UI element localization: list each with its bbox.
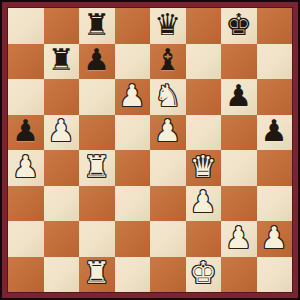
square-b8[interactable] xyxy=(44,8,80,44)
square-a3[interactable] xyxy=(8,186,44,222)
square-h1[interactable] xyxy=(257,257,293,293)
black-king-g8[interactable]: ♚ xyxy=(225,10,252,40)
square-h4[interactable] xyxy=(257,150,293,186)
square-g1[interactable] xyxy=(221,257,257,293)
square-d2[interactable] xyxy=(115,221,151,257)
square-c2[interactable] xyxy=(79,221,115,257)
square-h2[interactable]: ♟ xyxy=(257,221,293,257)
square-e6[interactable]: ♞ xyxy=(150,79,186,115)
white-pawn-a4[interactable]: ♟ xyxy=(12,152,39,182)
square-d4[interactable] xyxy=(115,150,151,186)
square-g6[interactable]: ♟ xyxy=(221,79,257,115)
square-g7[interactable] xyxy=(221,44,257,80)
black-pawn-h5[interactable]: ♟ xyxy=(261,116,288,146)
square-g8[interactable]: ♚ xyxy=(221,8,257,44)
square-f3[interactable]: ♟ xyxy=(186,186,222,222)
square-d3[interactable] xyxy=(115,186,151,222)
square-d5[interactable] xyxy=(115,115,151,151)
square-c6[interactable] xyxy=(79,79,115,115)
square-a4[interactable]: ♟ xyxy=(8,150,44,186)
square-f2[interactable] xyxy=(186,221,222,257)
square-b4[interactable] xyxy=(44,150,80,186)
white-rook-c1[interactable]: ♜ xyxy=(83,258,110,288)
black-rook-c8[interactable]: ♜ xyxy=(83,10,110,40)
square-h8[interactable] xyxy=(257,8,293,44)
white-pawn-h2[interactable]: ♟ xyxy=(261,223,288,253)
black-bishop-e7[interactable]: ♝ xyxy=(154,45,181,75)
square-g5[interactable] xyxy=(221,115,257,151)
square-h3[interactable] xyxy=(257,186,293,222)
square-d7[interactable] xyxy=(115,44,151,80)
square-c3[interactable] xyxy=(79,186,115,222)
white-knight-e6[interactable]: ♞ xyxy=(154,81,181,111)
square-b5[interactable]: ♟ xyxy=(44,115,80,151)
white-pawn-e5[interactable]: ♟ xyxy=(154,116,181,146)
black-queen-e8[interactable]: ♛ xyxy=(154,10,181,40)
square-c5[interactable] xyxy=(79,115,115,151)
square-f6[interactable] xyxy=(186,79,222,115)
square-b6[interactable] xyxy=(44,79,80,115)
square-f1[interactable]: ♚ xyxy=(186,257,222,293)
square-c1[interactable]: ♜ xyxy=(79,257,115,293)
square-c4[interactable]: ♜ xyxy=(79,150,115,186)
square-d1[interactable] xyxy=(115,257,151,293)
square-e2[interactable] xyxy=(150,221,186,257)
square-g3[interactable] xyxy=(221,186,257,222)
square-g4[interactable] xyxy=(221,150,257,186)
square-h7[interactable] xyxy=(257,44,293,80)
white-pawn-d6[interactable]: ♟ xyxy=(119,81,146,111)
chess-board: ♜♛♚♜♟♝♟♞♟♟♟♟♟♟♜♛♟♟♟♜♚ xyxy=(8,8,292,292)
square-b1[interactable] xyxy=(44,257,80,293)
white-pawn-f3[interactable]: ♟ xyxy=(190,187,217,217)
square-h5[interactable]: ♟ xyxy=(257,115,293,151)
black-rook-b7[interactable]: ♜ xyxy=(48,45,75,75)
white-rook-c4[interactable]: ♜ xyxy=(83,152,110,182)
square-e5[interactable]: ♟ xyxy=(150,115,186,151)
square-a6[interactable] xyxy=(8,79,44,115)
square-c7[interactable]: ♟ xyxy=(79,44,115,80)
square-f7[interactable] xyxy=(186,44,222,80)
black-pawn-a5[interactable]: ♟ xyxy=(12,116,39,146)
square-b7[interactable]: ♜ xyxy=(44,44,80,80)
black-pawn-g6[interactable]: ♟ xyxy=(225,81,252,111)
square-h6[interactable] xyxy=(257,79,293,115)
square-d6[interactable]: ♟ xyxy=(115,79,151,115)
board-frame: ♜♛♚♜♟♝♟♞♟♟♟♟♟♟♜♛♟♟♟♜♚ xyxy=(0,0,300,300)
square-e3[interactable] xyxy=(150,186,186,222)
square-e7[interactable]: ♝ xyxy=(150,44,186,80)
square-b3[interactable] xyxy=(44,186,80,222)
white-pawn-b5[interactable]: ♟ xyxy=(48,116,75,146)
square-f8[interactable] xyxy=(186,8,222,44)
square-a2[interactable] xyxy=(8,221,44,257)
square-a7[interactable] xyxy=(8,44,44,80)
square-g2[interactable]: ♟ xyxy=(221,221,257,257)
square-a8[interactable] xyxy=(8,8,44,44)
square-b2[interactable] xyxy=(44,221,80,257)
square-c8[interactable]: ♜ xyxy=(79,8,115,44)
square-e4[interactable] xyxy=(150,150,186,186)
square-a1[interactable] xyxy=(8,257,44,293)
square-a5[interactable]: ♟ xyxy=(8,115,44,151)
white-queen-f4[interactable]: ♛ xyxy=(190,152,217,182)
black-pawn-c7[interactable]: ♟ xyxy=(83,45,110,75)
square-e1[interactable] xyxy=(150,257,186,293)
white-king-f1[interactable]: ♚ xyxy=(190,258,217,288)
square-e8[interactable]: ♛ xyxy=(150,8,186,44)
square-d8[interactable] xyxy=(115,8,151,44)
white-pawn-g2[interactable]: ♟ xyxy=(225,223,252,253)
square-f4[interactable]: ♛ xyxy=(186,150,222,186)
square-f5[interactable] xyxy=(186,115,222,151)
